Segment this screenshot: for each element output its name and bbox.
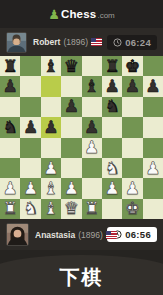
square-f4[interactable] [102,138,122,158]
square-g5[interactable] [122,117,142,137]
black-bishop-e7: ♝ [84,78,99,95]
player-top-name: Robert [33,37,60,47]
square-f2[interactable]: ♟ [102,178,122,198]
player-bottom-time: 06:56 [125,229,151,240]
white-rook-a1: ♜ [3,200,18,217]
square-e2[interactable] [82,178,102,198]
player-bottom-avatar [6,223,29,246]
player-bar-top: Robert (1896) 06:24 [0,28,163,56]
square-h8[interactable] [143,56,163,76]
black-bishop-c8: ♝ [43,57,58,74]
square-c1[interactable]: ♝ [41,199,61,219]
black-queen-d8: ♛ [64,57,79,74]
chess-app: ♟ Chess .com Robert (1896) [0,0,163,295]
square-h2[interactable] [143,178,163,198]
square-a8[interactable]: ♜ [0,56,20,76]
square-f1[interactable] [102,199,122,219]
white-pawn-a2: ♟ [3,179,18,196]
white-bishop-c1: ♝ [43,200,58,217]
square-c7[interactable] [41,76,61,96]
player-bar-bottom: Anastasia (1896) 06:56 [0,219,163,250]
square-f6[interactable]: ♞ [102,97,122,117]
us-flag-icon [91,38,102,46]
player-bottom-rating: (1896) [78,230,103,240]
square-c8[interactable]: ♝ [41,56,61,76]
black-pawn-b5: ♟ [23,118,38,135]
us-flag-icon [106,231,117,239]
square-e1[interactable]: ♜ [82,199,102,219]
player-bottom-name: Anastasia [35,230,75,240]
player-bottom-info: Anastasia (1896) [35,230,101,240]
white-knight-b1: ♞ [23,200,38,217]
square-h4[interactable] [143,138,163,158]
chesscom-logo[interactable]: ♟ Chess .com [48,8,115,21]
square-b4[interactable] [20,138,40,158]
black-pawn-f7: ♟ [104,78,119,95]
square-a6[interactable] [0,97,20,117]
square-a1[interactable]: ♜ [0,199,20,219]
square-a5[interactable]: ♞ [0,117,20,137]
clock-icon [113,38,122,47]
white-knight-f3: ♞ [104,159,119,176]
square-d1[interactable]: ♛ [61,199,81,219]
avatar-photo-man [7,33,26,52]
player-top-avatar [6,32,27,53]
logo-suffix: .com [97,11,114,20]
black-king-g8: ♚ [125,57,140,74]
footer-section: 下棋 [0,250,163,295]
white-queen-d1: ♛ [64,200,79,217]
square-a2[interactable]: ♟ [0,178,20,198]
square-d6[interactable]: ♟ [61,97,81,117]
square-a4[interactable] [0,138,20,158]
square-g6[interactable] [122,97,142,117]
white-king-g1: ♚ [125,200,140,217]
player-top-time: 06:24 [125,37,151,48]
square-c3[interactable]: ♟ [41,158,61,178]
square-g3[interactable] [122,158,142,178]
square-d2[interactable]: ♟ [61,178,81,198]
player-top-info: Robert (1896) [33,37,101,47]
square-c6[interactable] [41,97,61,117]
square-b1[interactable]: ♞ [20,199,40,219]
square-e7[interactable]: ♝ [82,76,102,96]
black-pawn-a7: ♟ [3,78,18,95]
square-c4[interactable] [41,138,61,158]
logo-text: Chess [61,8,97,20]
square-d8[interactable]: ♛ [61,56,81,76]
black-pawn-e5: ♟ [84,118,99,135]
square-h6[interactable] [143,97,163,117]
square-f3[interactable]: ♞ [102,158,122,178]
white-pawn-h3: ♟ [145,159,160,176]
square-e3[interactable] [82,158,102,178]
square-f7[interactable]: ♟ [102,76,122,96]
square-a7[interactable]: ♟ [0,76,20,96]
white-pawn-e4: ♟ [84,139,99,156]
square-g1[interactable]: ♚ [122,199,142,219]
square-f5[interactable] [102,117,122,137]
square-e4[interactable]: ♟ [82,138,102,158]
white-pawn-g2: ♟ [125,179,140,196]
square-d7[interactable] [61,76,81,96]
white-bishop-c2: ♝ [43,179,58,196]
white-rook-e1: ♜ [84,200,99,217]
square-g2[interactable]: ♟ [122,178,142,198]
square-h7[interactable]: ♟ [143,76,163,96]
black-knight-a5: ♞ [3,118,18,135]
white-pawn-b2: ♟ [23,179,38,196]
square-b7[interactable] [20,76,40,96]
square-d3[interactable] [61,158,81,178]
square-e8[interactable] [82,56,102,76]
square-h5[interactable] [143,117,163,137]
black-pawn-d6: ♟ [64,98,79,115]
black-pawn-h7: ♟ [145,78,160,95]
avatar-photo-woman [7,224,28,245]
black-rook-f8: ♜ [104,57,119,74]
square-g4[interactable] [122,138,142,158]
play-chess-title: 下棋 [60,262,104,291]
square-a3[interactable] [0,158,20,178]
square-b3[interactable] [20,158,40,178]
square-f8[interactable]: ♜ [102,56,122,76]
square-e6[interactable] [82,97,102,117]
square-e5[interactable]: ♟ [82,117,102,137]
square-g8[interactable]: ♚ [122,56,142,76]
black-pawn-g7: ♟ [125,78,140,95]
square-h1[interactable] [143,199,163,219]
pawn-logo-icon: ♟ [48,8,60,21]
player-top-rating: (1896) [63,37,88,47]
black-pawn-c5: ♟ [43,118,58,135]
top-bar: ♟ Chess .com [0,0,163,28]
square-b5[interactable]: ♟ [20,117,40,137]
square-g7[interactable]: ♟ [122,76,142,96]
chess-board[interactable]: ♜♝♛♜♚♟♝♟♟♟♟♞♞♟♟♟♟♟♞♟♟♟♝♟♟♟♜♞♝♛♜♚ [0,56,163,219]
white-pawn-c3: ♟ [43,159,58,176]
square-h3[interactable]: ♟ [143,158,163,178]
footer-panel: 下棋 [0,255,163,295]
square-b6[interactable] [20,97,40,117]
black-knight-f6: ♞ [104,98,119,115]
white-pawn-f2: ♟ [104,179,119,196]
square-c5[interactable]: ♟ [41,117,61,137]
player-top-clock: 06:24 [107,35,157,50]
black-rook-a8: ♜ [3,57,18,74]
square-d4[interactable] [61,138,81,158]
square-c2[interactable]: ♝ [41,178,61,198]
square-b2[interactable]: ♟ [20,178,40,198]
white-pawn-d2: ♟ [64,179,79,196]
square-d5[interactable] [61,117,81,137]
square-b8[interactable] [20,56,40,76]
